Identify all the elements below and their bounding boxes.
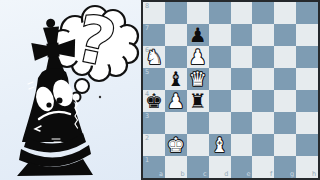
file-label-b: b <box>181 171 185 178</box>
rank-label-1: 1 <box>145 157 149 164</box>
white-king: ♚ <box>167 135 185 155</box>
black-pawn: ♟ <box>189 25 207 45</box>
square-b1[interactable]: b <box>165 156 187 178</box>
square-h3[interactable] <box>296 112 318 134</box>
black-bishop: ♝ <box>167 69 185 89</box>
square-g5[interactable] <box>274 68 296 90</box>
white-knight: ♞ <box>145 47 163 67</box>
square-h5[interactable] <box>296 68 318 90</box>
square-g8[interactable] <box>274 2 296 24</box>
square-f5[interactable] <box>252 68 274 90</box>
black-rook: ♜ <box>189 91 207 111</box>
square-c6[interactable]: ♟ <box>187 46 209 68</box>
square-a3[interactable]: 3 <box>143 112 165 134</box>
file-label-c: c <box>203 171 207 178</box>
square-e7[interactable] <box>231 24 253 46</box>
square-g4[interactable] <box>274 90 296 112</box>
square-d5[interactable] <box>209 68 231 90</box>
square-c3[interactable] <box>187 112 209 134</box>
square-c4[interactable]: ♜ <box>187 90 209 112</box>
square-e1[interactable]: e <box>231 156 253 178</box>
thinking-king-illustration: ? <box>0 0 141 180</box>
square-g2[interactable] <box>274 134 296 156</box>
square-g6[interactable] <box>274 46 296 68</box>
square-e4[interactable] <box>231 90 253 112</box>
file-label-d: d <box>224 171 228 178</box>
square-e5[interactable] <box>231 68 253 90</box>
white-queen: ♛ <box>189 69 207 89</box>
square-d6[interactable] <box>209 46 231 68</box>
square-a2[interactable]: 2 <box>143 134 165 156</box>
square-h8[interactable] <box>296 2 318 24</box>
file-label-h: h <box>312 171 316 178</box>
square-b3[interactable] <box>165 112 187 134</box>
square-c7[interactable]: ♟ <box>187 24 209 46</box>
square-c8[interactable] <box>187 2 209 24</box>
ink-speck <box>99 96 101 98</box>
square-b6[interactable] <box>165 46 187 68</box>
square-h2[interactable] <box>296 134 318 156</box>
square-e6[interactable] <box>231 46 253 68</box>
rank-label-7: 7 <box>145 25 149 32</box>
square-b2[interactable]: ♚ <box>165 134 187 156</box>
square-f8[interactable] <box>252 2 274 24</box>
file-label-e: e <box>246 171 250 178</box>
square-a1[interactable]: 1a <box>143 156 165 178</box>
square-h6[interactable] <box>296 46 318 68</box>
square-c5[interactable]: ♛ <box>187 68 209 90</box>
black-king: ♚ <box>145 91 163 111</box>
rank-label-5: 5 <box>145 69 149 76</box>
file-label-g: g <box>290 171 294 178</box>
square-g3[interactable] <box>274 112 296 134</box>
square-h7[interactable] <box>296 24 318 46</box>
rank-label-8: 8 <box>145 3 149 10</box>
square-b4[interactable]: ♟ <box>165 90 187 112</box>
square-d2[interactable]: ♝ <box>209 134 231 156</box>
square-d4[interactable] <box>209 90 231 112</box>
square-g7[interactable] <box>274 24 296 46</box>
square-a7[interactable]: 7 <box>143 24 165 46</box>
king-cartoon-svg: ? <box>0 0 141 180</box>
rank-label-2: 2 <box>145 135 149 142</box>
white-bishop: ♝ <box>211 135 229 155</box>
square-a8[interactable]: 8 <box>143 2 165 24</box>
square-h4[interactable] <box>296 90 318 112</box>
square-f4[interactable] <box>252 90 274 112</box>
file-label-a: a <box>159 171 163 178</box>
square-a4[interactable]: 4♚ <box>143 90 165 112</box>
square-f7[interactable] <box>252 24 274 46</box>
chess-board: 87♟6♞♟5♝♛4♚♟♜32♚♝1abcdefgh <box>141 0 320 180</box>
square-c1[interactable]: c <box>187 156 209 178</box>
square-a6[interactable]: 6♞ <box>143 46 165 68</box>
square-e2[interactable] <box>231 134 253 156</box>
square-d7[interactable] <box>209 24 231 46</box>
white-pawn: ♟ <box>167 91 185 111</box>
square-e3[interactable] <box>231 112 253 134</box>
thumbnail-stage: ? <box>0 0 320 180</box>
square-b5[interactable]: ♝ <box>165 68 187 90</box>
square-f3[interactable] <box>252 112 274 134</box>
square-c2[interactable] <box>187 134 209 156</box>
file-label-f: f <box>270 171 272 178</box>
white-pawn: ♟ <box>189 47 207 67</box>
square-f2[interactable] <box>252 134 274 156</box>
square-f1[interactable]: f <box>252 156 274 178</box>
square-e8[interactable] <box>231 2 253 24</box>
square-h1[interactable]: h <box>296 156 318 178</box>
square-g1[interactable]: g <box>274 156 296 178</box>
square-d3[interactable] <box>209 112 231 134</box>
square-d8[interactable] <box>209 2 231 24</box>
rank-label-3: 3 <box>145 113 149 120</box>
square-f6[interactable] <box>252 46 274 68</box>
square-a5[interactable]: 5 <box>143 68 165 90</box>
square-b7[interactable] <box>165 24 187 46</box>
square-d1[interactable]: d <box>209 156 231 178</box>
square-b8[interactable] <box>165 2 187 24</box>
